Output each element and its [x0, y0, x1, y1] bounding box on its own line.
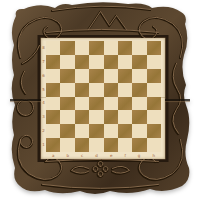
square-h5[interactable]: [147, 83, 161, 97]
square-g2[interactable]: [132, 124, 146, 138]
square-c5[interactable]: [75, 83, 89, 97]
square-d7[interactable]: [89, 55, 103, 69]
square-c1[interactable]: [75, 138, 89, 152]
rank-label: 8: [42, 46, 45, 50]
square-b3[interactable]: [60, 110, 74, 124]
file-label: g: [138, 154, 141, 158]
square-a5[interactable]: [46, 83, 60, 97]
square-b2[interactable]: [60, 124, 74, 138]
file-label: f: [124, 154, 125, 158]
square-c2[interactable]: [75, 124, 89, 138]
rank-label: 2: [42, 129, 45, 133]
square-h6[interactable]: [147, 69, 161, 83]
square-d3[interactable]: [89, 110, 103, 124]
square-h7[interactable]: [147, 55, 161, 69]
product-photo: 87654321 abcdefgh: [0, 0, 200, 200]
square-g3[interactable]: [132, 110, 146, 124]
square-e8[interactable]: [104, 41, 118, 55]
rank-label: 7: [42, 60, 45, 64]
square-a6[interactable]: [46, 69, 60, 83]
square-c8[interactable]: [75, 41, 89, 55]
rank-label: 3: [42, 115, 45, 119]
square-f3[interactable]: [118, 110, 132, 124]
square-a7[interactable]: [46, 55, 60, 69]
square-b1[interactable]: [60, 138, 74, 152]
square-c4[interactable]: [75, 97, 89, 111]
rank-label: 6: [42, 74, 45, 78]
square-h8[interactable]: [147, 41, 161, 55]
square-e5[interactable]: [104, 83, 118, 97]
square-f7[interactable]: [118, 55, 132, 69]
square-f6[interactable]: [118, 69, 132, 83]
square-d6[interactable]: [89, 69, 103, 83]
square-b6[interactable]: [60, 69, 74, 83]
square-e1[interactable]: [104, 138, 118, 152]
square-a8[interactable]: [46, 41, 60, 55]
square-d2[interactable]: [89, 124, 103, 138]
rank-label: 5: [42, 88, 45, 92]
square-c6[interactable]: [75, 69, 89, 83]
square-b4[interactable]: [60, 97, 74, 111]
square-a4[interactable]: [46, 97, 60, 111]
file-label: e: [110, 154, 112, 158]
square-d8[interactable]: [89, 41, 103, 55]
square-g7[interactable]: [132, 55, 146, 69]
square-e2[interactable]: [104, 124, 118, 138]
chess-board[interactable]: [46, 41, 161, 152]
square-h3[interactable]: [147, 110, 161, 124]
square-d5[interactable]: [89, 83, 103, 97]
file-labels: abcdefgh: [46, 153, 161, 159]
file-label: h: [152, 154, 155, 158]
square-b5[interactable]: [60, 83, 74, 97]
square-c3[interactable]: [75, 110, 89, 124]
rank-label: 1: [42, 143, 45, 147]
square-f2[interactable]: [118, 124, 132, 138]
square-c7[interactable]: [75, 55, 89, 69]
file-label: c: [81, 154, 83, 158]
square-g6[interactable]: [132, 69, 146, 83]
rank-label: 4: [42, 101, 45, 105]
square-e6[interactable]: [104, 69, 118, 83]
square-f1[interactable]: [118, 138, 132, 152]
file-label: b: [67, 154, 70, 158]
chess-board-panel: 87654321 abcdefgh: [41, 38, 165, 159]
square-f4[interactable]: [118, 97, 132, 111]
square-a1[interactable]: [46, 138, 60, 152]
square-g8[interactable]: [132, 41, 146, 55]
square-b7[interactable]: [60, 55, 74, 69]
square-b8[interactable]: [60, 41, 74, 55]
square-g5[interactable]: [132, 83, 146, 97]
square-f5[interactable]: [118, 83, 132, 97]
square-h2[interactable]: [147, 124, 161, 138]
square-f8[interactable]: [118, 41, 132, 55]
square-h4[interactable]: [147, 97, 161, 111]
file-label: a: [52, 154, 54, 158]
square-h1[interactable]: [147, 138, 161, 152]
square-a2[interactable]: [46, 124, 60, 138]
square-e7[interactable]: [104, 55, 118, 69]
square-d1[interactable]: [89, 138, 103, 152]
square-e4[interactable]: [104, 97, 118, 111]
file-label: d: [95, 154, 98, 158]
square-a3[interactable]: [46, 110, 60, 124]
square-g1[interactable]: [132, 138, 146, 152]
square-e3[interactable]: [104, 110, 118, 124]
square-g4[interactable]: [132, 97, 146, 111]
square-d4[interactable]: [89, 97, 103, 111]
